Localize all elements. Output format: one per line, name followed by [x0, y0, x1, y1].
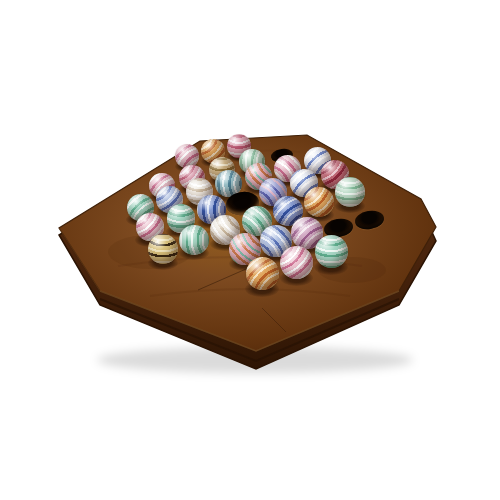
marble-pink-swirl[interactable] [280, 246, 313, 279]
marble-teal-green-swirl[interactable] [179, 225, 209, 255]
marble-seafoam-green-swirl[interactable] [335, 177, 365, 207]
page-background [0, 0, 500, 500]
marble-orange-swirl[interactable] [304, 187, 334, 217]
marble-yellow-black-onionskin[interactable] [148, 234, 178, 264]
marble-teal-green-swirl[interactable] [315, 235, 348, 268]
marble-grid [0, 0, 500, 500]
empty-hole[interactable] [354, 209, 385, 231]
marble-orange-swirl[interactable] [246, 257, 279, 290]
marble-pink-swirl[interactable] [175, 144, 199, 168]
